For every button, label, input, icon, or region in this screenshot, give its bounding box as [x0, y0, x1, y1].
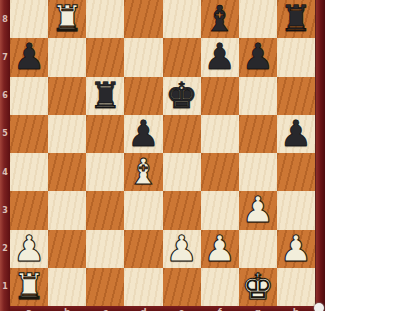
piece-white-pawn[interactable]: ♟: [165, 230, 197, 268]
square-e5[interactable]: [163, 115, 201, 153]
square-c7[interactable]: [86, 38, 124, 76]
file-label-f: f: [201, 306, 239, 311]
file-label-h: h: [277, 306, 315, 311]
square-e2[interactable]: ♟: [163, 230, 201, 268]
square-b1[interactable]: [48, 268, 86, 306]
square-c4[interactable]: [86, 153, 124, 191]
square-d5[interactable]: ♟: [124, 115, 162, 153]
square-e3[interactable]: [163, 191, 201, 229]
piece-black-rook[interactable]: ♜: [89, 77, 121, 115]
board-border-right: [315, 0, 325, 311]
piece-black-pawn[interactable]: ♟: [127, 115, 159, 153]
chess-board-window: 87654321 ♜♝♜♟♟♟♜♚♟♟♝♟♟♟♟♟♜♚ abcdefgh: [0, 0, 414, 311]
piece-black-pawn[interactable]: ♟: [13, 38, 45, 76]
square-h2[interactable]: ♟: [277, 230, 315, 268]
square-a1[interactable]: ♜: [10, 268, 48, 306]
file-label-c: c: [86, 306, 124, 311]
rank-labels: 87654321: [0, 0, 10, 306]
square-f5[interactable]: [201, 115, 239, 153]
square-c8[interactable]: [86, 0, 124, 38]
square-a2[interactable]: ♟: [10, 230, 48, 268]
square-c5[interactable]: [86, 115, 124, 153]
piece-black-rook[interactable]: ♜: [280, 0, 312, 38]
file-label-a: a: [10, 306, 48, 311]
square-c3[interactable]: [86, 191, 124, 229]
square-g6[interactable]: [239, 77, 277, 115]
square-h6[interactable]: [277, 77, 315, 115]
piece-white-pawn[interactable]: ♟: [280, 230, 312, 268]
square-h1[interactable]: [277, 268, 315, 306]
square-a5[interactable]: [10, 115, 48, 153]
piece-black-pawn[interactable]: ♟: [242, 38, 274, 76]
rank-label-8: 8: [0, 0, 10, 38]
square-f8[interactable]: ♝: [201, 0, 239, 38]
file-label-e: e: [163, 306, 201, 311]
rank-label-4: 4: [0, 153, 10, 191]
square-d4[interactable]: ♝: [124, 153, 162, 191]
square-b2[interactable]: [48, 230, 86, 268]
piece-white-rook[interactable]: ♜: [51, 0, 83, 38]
piece-white-pawn[interactable]: ♟: [204, 230, 236, 268]
piece-white-pawn[interactable]: ♟: [13, 230, 45, 268]
rank-label-1: 1: [0, 268, 10, 306]
square-h5[interactable]: ♟: [277, 115, 315, 153]
square-h8[interactable]: ♜: [277, 0, 315, 38]
square-c6[interactable]: ♜: [86, 77, 124, 115]
square-f6[interactable]: [201, 77, 239, 115]
board-border-left: 87654321: [0, 0, 10, 311]
piece-black-pawn[interactable]: ♟: [204, 38, 236, 76]
rank-label-5: 5: [0, 115, 10, 153]
square-g5[interactable]: [239, 115, 277, 153]
file-label-b: b: [48, 306, 86, 311]
chess-board: 87654321 ♜♝♜♟♟♟♜♚♟♟♝♟♟♟♟♟♜♚ abcdefgh: [0, 0, 325, 311]
rank-label-7: 7: [0, 38, 10, 76]
piece-white-pawn[interactable]: ♟: [242, 191, 274, 229]
piece-white-bishop[interactable]: ♝: [127, 153, 159, 191]
square-e1[interactable]: [163, 268, 201, 306]
square-c2[interactable]: [86, 230, 124, 268]
square-b7[interactable]: [48, 38, 86, 76]
square-f3[interactable]: [201, 191, 239, 229]
square-c1[interactable]: [86, 268, 124, 306]
square-a7[interactable]: ♟: [10, 38, 48, 76]
board-resize-handle-dot[interactable]: [314, 303, 324, 311]
board-border-bottom: abcdefgh: [10, 306, 315, 311]
square-b4[interactable]: [48, 153, 86, 191]
square-a6[interactable]: [10, 77, 48, 115]
square-a3[interactable]: [10, 191, 48, 229]
square-h7[interactable]: [277, 38, 315, 76]
square-e7[interactable]: [163, 38, 201, 76]
file-labels: abcdefgh: [10, 306, 315, 311]
rank-label-2: 2: [0, 230, 10, 268]
square-g3[interactable]: ♟: [239, 191, 277, 229]
square-b3[interactable]: [48, 191, 86, 229]
square-e4[interactable]: [163, 153, 201, 191]
piece-black-king[interactable]: ♚: [165, 77, 197, 115]
square-d3[interactable]: [124, 191, 162, 229]
square-f1[interactable]: [201, 268, 239, 306]
square-e8[interactable]: [163, 0, 201, 38]
file-label-g: g: [239, 306, 277, 311]
square-f4[interactable]: [201, 153, 239, 191]
piece-black-pawn[interactable]: ♟: [280, 115, 312, 153]
square-d6[interactable]: [124, 77, 162, 115]
square-h4[interactable]: [277, 153, 315, 191]
square-a4[interactable]: [10, 153, 48, 191]
rank-label-3: 3: [0, 191, 10, 229]
square-f2[interactable]: ♟: [201, 230, 239, 268]
square-d8[interactable]: [124, 0, 162, 38]
board-squares: ♜♝♜♟♟♟♜♚♟♟♝♟♟♟♟♟♜♚: [10, 0, 315, 306]
square-g1[interactable]: ♚: [239, 268, 277, 306]
square-e6[interactable]: ♚: [163, 77, 201, 115]
square-a8[interactable]: [10, 0, 48, 38]
square-f7[interactable]: ♟: [201, 38, 239, 76]
square-b5[interactable]: [48, 115, 86, 153]
piece-white-rook[interactable]: ♜: [13, 268, 45, 306]
square-d2[interactable]: [124, 230, 162, 268]
square-g8[interactable]: [239, 0, 277, 38]
file-label-d: d: [124, 306, 162, 311]
square-g4[interactable]: [239, 153, 277, 191]
square-d1[interactable]: [124, 268, 162, 306]
square-g7[interactable]: ♟: [239, 38, 277, 76]
rank-label-6: 6: [0, 77, 10, 115]
piece-white-king[interactable]: ♚: [242, 268, 274, 306]
square-g2[interactable]: [239, 230, 277, 268]
square-b8[interactable]: ♜: [48, 0, 86, 38]
square-h3[interactable]: [277, 191, 315, 229]
piece-black-bishop[interactable]: ♝: [204, 0, 236, 38]
square-b6[interactable]: [48, 77, 86, 115]
square-d7[interactable]: [124, 38, 162, 76]
